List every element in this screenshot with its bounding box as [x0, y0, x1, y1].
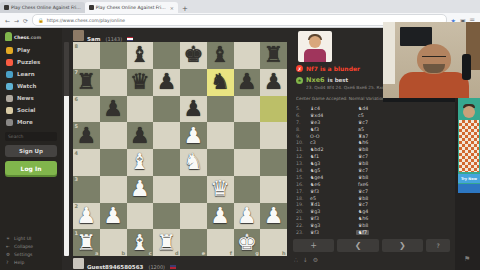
black-pawn[interactable]: ♟: [180, 96, 207, 123]
square-e3[interactable]: [180, 176, 207, 203]
move-row: 13.♞g3♛b8: [292, 160, 451, 167]
tab-title: Play Chess Online Against Fri…: [11, 5, 81, 10]
white-move[interactable]: ♛f3: [306, 230, 354, 235]
tab-favicon-icon: [4, 5, 9, 10]
move-row: 15.♞ge4♛b8: [292, 174, 451, 181]
collapse-icon: ⇤: [6, 244, 11, 249]
file-label: f: [230, 250, 232, 256]
next-move-button[interactable]: ❯: [382, 239, 423, 252]
watch-icon: [6, 83, 13, 90]
white-pawn[interactable]: ♟: [234, 203, 261, 230]
black-move[interactable]: c5: [354, 113, 402, 118]
sidebar-item-social[interactable]: Social: [0, 104, 62, 116]
move-row: 11.♞bd2♛b8: [292, 146, 451, 153]
microphone: [462, 54, 471, 80]
square-f6[interactable]: [207, 96, 234, 123]
black-move[interactable]: ♛c7: [354, 120, 402, 125]
square-h4[interactable]: [260, 149, 287, 176]
evaluation-bar: [64, 42, 69, 256]
white-move[interactable]: ♞e6: [306, 182, 354, 187]
square-h1[interactable]: h: [260, 229, 287, 256]
white-move[interactable]: ♛e3: [306, 120, 354, 125]
black-pawn[interactable]: ♟: [100, 96, 127, 123]
logo-pawn-icon: [5, 32, 12, 41]
move-row: 9.O-O♜a7: [292, 133, 451, 140]
black-move[interactable]: ♛c7: [354, 168, 402, 173]
square-f5[interactable]: [207, 122, 234, 149]
black-move[interactable]: ♛b8: [354, 161, 402, 166]
streamer-webcam: [383, 22, 480, 102]
square-b3[interactable]: [100, 176, 127, 203]
news-icon: [6, 95, 13, 102]
pawn-icon: [6, 47, 13, 54]
black-move[interactable]: ♛c7: [354, 154, 402, 159]
gear-icon[interactable]: ⚙: [313, 256, 318, 263]
learn-icon: [6, 71, 13, 78]
forward-button[interactable]: →: [14, 17, 19, 24]
download-icon[interactable]: ↓: [303, 256, 308, 263]
white-rook[interactable]: ♜: [153, 229, 180, 256]
black-bishop[interactable]: ♝: [207, 42, 234, 69]
blunder-icon: ✗: [296, 65, 303, 72]
blunder-text: Nf7 is a blunder: [306, 65, 360, 72]
square-d8[interactable]: [153, 42, 180, 69]
square-b4[interactable]: [100, 149, 127, 176]
square-g1[interactable]: g♚: [234, 229, 261, 256]
white-pawn[interactable]: ♟: [73, 203, 100, 230]
move-row: 8.♞f3a5: [292, 126, 451, 133]
sidebar-item-news[interactable]: News: [0, 92, 62, 104]
move-number: 7.: [292, 120, 306, 125]
black-move[interactable]: ♞d4: [354, 106, 402, 111]
square-g2[interactable]: ♟: [234, 203, 261, 230]
square-g6[interactable]: [234, 96, 261, 123]
sidebar-item-learn[interactable]: Learn: [0, 68, 62, 80]
tab-close-icon[interactable]: ×: [170, 5, 174, 11]
square-g3[interactable]: [234, 176, 261, 203]
black-rook[interactable]: ♜: [73, 69, 100, 96]
square-c3[interactable]: ♟: [127, 176, 154, 203]
move-number: 19.: [292, 202, 306, 207]
move-number: 18.: [292, 196, 306, 201]
white-move[interactable]: ♞f3: [306, 127, 354, 132]
square-c2[interactable]: [127, 203, 154, 230]
url-text: https://www.chess.com/play/online: [47, 18, 125, 23]
square-g7[interactable]: ♟: [234, 69, 261, 96]
sidebar-item-play[interactable]: Play: [0, 44, 62, 56]
square-d5[interactable]: [153, 122, 180, 149]
log-in-button[interactable]: Log In: [5, 161, 57, 175]
move-number: 11.: [292, 147, 306, 152]
black-move[interactable]: a5: [354, 127, 402, 132]
square-b5[interactable]: [100, 122, 127, 149]
bottom-player-name[interactable]: Guest8946580563: [87, 264, 143, 270]
move-number: 21.: [292, 216, 306, 221]
move-number: 8.: [292, 127, 306, 132]
search-input[interactable]: Search: [5, 132, 57, 141]
sidebar-footer-collapse[interactable]: ⇤Collapse: [0, 242, 62, 250]
move-row: 10.c3♞h6: [292, 139, 451, 146]
square-b7[interactable]: [100, 69, 127, 96]
square-a7[interactable]: 7♜: [73, 69, 100, 96]
square-h3[interactable]: [260, 176, 287, 203]
white-move[interactable]: ♛g3: [306, 223, 354, 228]
move-number: 20.: [292, 209, 306, 214]
black-pawn[interactable]: ♟: [73, 122, 100, 149]
black-move[interactable]: ♛b8: [354, 223, 402, 228]
square-e7[interactable]: [180, 69, 207, 96]
move-number: 12.: [292, 154, 306, 159]
move-controls: + ❮ ❯ ?: [293, 239, 450, 252]
move-number: 10.: [292, 140, 306, 145]
white-move[interactable]: ♞g5: [306, 168, 354, 173]
rank-label: 3: [75, 176, 78, 182]
browser-tab-1[interactable]: Play Chess Online Against Fri…: [0, 2, 85, 13]
square-d7[interactable]: ♟: [153, 69, 180, 96]
white-pawn[interactable]: ♟: [180, 122, 207, 149]
white-pawn[interactable]: ♟: [260, 203, 287, 230]
coach-avatar: [298, 31, 332, 62]
square-e6[interactable]: ♟: [180, 96, 207, 123]
top-player-bar: Sam (1143) ♘ ♙: [73, 29, 287, 42]
move-row: 22.♛g3♛b8: [292, 222, 451, 229]
white-king[interactable]: ♚: [234, 229, 261, 256]
white-knight[interactable]: ♞: [180, 149, 207, 176]
white-rook[interactable]: ♜: [73, 229, 100, 256]
black-pawn[interactable]: ♟: [153, 69, 180, 96]
move-number: 22.: [292, 223, 306, 228]
best-move-icon: ★: [296, 77, 303, 84]
square-a2[interactable]: 2♟: [73, 203, 100, 230]
move-number: 13.: [292, 161, 306, 166]
square-f2[interactable]: ♟: [207, 203, 234, 230]
move-row: 21.♛f3♞h6: [292, 215, 451, 222]
coach-face: [309, 36, 321, 48]
light-ui-icon: ☀: [6, 236, 11, 241]
white-move[interactable]: ♛f3: [306, 189, 354, 194]
tab-favicon-icon: [89, 5, 94, 10]
browser-tab-2[interactable]: Play Chess Online Against Fri… ×: [85, 2, 178, 13]
white-move[interactable]: c3: [306, 140, 354, 145]
sidebar: Chess.com PlayPuzzlesLearnWatchNewsSocia…: [0, 28, 62, 270]
square-a3[interactable]: 3: [73, 176, 100, 203]
bottom-player-flag-icon: [170, 265, 176, 269]
black-pawn[interactable]: ♟: [234, 69, 261, 96]
tab-title: Play Chess Online Against Fri…: [96, 5, 166, 10]
square-h8[interactable]: ♜: [260, 42, 287, 69]
square-b2[interactable]: ♟: [100, 203, 127, 230]
social-icon: [6, 107, 13, 114]
square-h5[interactable]: [260, 122, 287, 149]
square-b6[interactable]: ♟: [100, 96, 127, 123]
square-d3[interactable]: [153, 176, 180, 203]
black-move[interactable]: fxe6: [354, 182, 402, 187]
square-c4[interactable]: ♝: [127, 149, 154, 176]
white-move[interactable]: ♞bd2: [306, 147, 354, 152]
sidebar-item-puzzles[interactable]: Puzzles: [0, 56, 62, 68]
best-move-text: Nxe6: [306, 76, 325, 84]
white-move[interactable]: e5: [306, 196, 354, 201]
black-move[interactable]: ♛c7: [354, 189, 402, 194]
square-h7[interactable]: ♟: [260, 69, 287, 96]
previous-move-button[interactable]: ❮: [337, 239, 378, 252]
move-number: 6.: [292, 113, 306, 118]
white-move[interactable]: ♛g3: [306, 209, 354, 214]
black-pawn[interactable]: ♟: [127, 122, 154, 149]
top-player-avatar[interactable]: [73, 30, 84, 41]
help-icon: ?: [6, 260, 11, 265]
black-move[interactable]: ♞h6: [354, 140, 402, 145]
ad-cta-button[interactable]: Try Now: [458, 174, 480, 183]
black-move[interactable]: ♛b8: [354, 147, 402, 152]
square-e1[interactable]: e: [180, 229, 207, 256]
square-a4[interactable]: 4: [73, 149, 100, 176]
flag-icon[interactable]: ⚑: [464, 255, 470, 263]
square-f7[interactable]: ♞: [207, 69, 234, 96]
square-e5[interactable]: ♟: [180, 122, 207, 149]
move-number: 17.: [292, 189, 306, 194]
ad-secondary-strip[interactable]: [458, 184, 480, 193]
move-row: 14.♞g5♛c7: [292, 167, 451, 174]
black-move[interactable]: ♞g4: [354, 209, 402, 214]
white-move[interactable]: ♞f1: [306, 154, 354, 159]
sidebar-footer-help[interactable]: ?Help: [0, 258, 62, 266]
file-label: e: [202, 250, 205, 256]
square-a6[interactable]: 6: [73, 96, 100, 123]
move-row: 5.♝c4♞d4: [292, 105, 451, 112]
square-f8[interactable]: ♝: [207, 42, 234, 69]
move-row: 18.e5♛b8: [292, 195, 451, 202]
reload-button[interactable]: ⟳: [23, 17, 28, 24]
sidebar-item-more[interactable]: More: [0, 116, 62, 128]
move-row: 23.♛f3♞f7: [292, 229, 451, 236]
white-bishop[interactable]: ♝: [127, 149, 154, 176]
black-bishop[interactable]: ♝: [127, 42, 154, 69]
streamer-glasses: [422, 56, 446, 61]
white-move[interactable]: ♞g3: [306, 161, 354, 166]
move-number: 14.: [292, 168, 306, 173]
move-number: 16.: [292, 182, 306, 187]
black-knight[interactable]: ♞: [207, 69, 234, 96]
black-move[interactable]: ♞h6: [354, 216, 402, 221]
move-verdict: ✗ Nf7 is a blunder: [296, 65, 360, 72]
move-row: 20.♛g3♞g4: [292, 208, 451, 215]
bottom-player-bar: Guest8946580563 (1200) ♞ ♟: [73, 257, 287, 270]
square-h6[interactable]: [260, 96, 287, 123]
new-tab-button[interactable]: +: [182, 5, 188, 13]
square-d6[interactable]: [153, 96, 180, 123]
rank-label: 8: [75, 43, 78, 49]
webcam-tv: [400, 27, 432, 46]
square-h2[interactable]: ♟: [260, 203, 287, 230]
white-move[interactable]: ♛f3: [306, 216, 354, 221]
black-move[interactable]: ♛b8: [354, 196, 402, 201]
add-move-button[interactable]: +: [293, 239, 334, 252]
square-a1[interactable]: 1a♜: [73, 229, 100, 256]
rank-label: 6: [75, 96, 78, 102]
black-move[interactable]: ♛b8: [354, 175, 402, 180]
square-a5[interactable]: 5♟: [73, 122, 100, 149]
square-e8[interactable]: ♚: [180, 42, 207, 69]
sidebar-footer-settings[interactable]: ⚙Settings: [0, 250, 62, 258]
white-pawn[interactable]: ♟: [100, 203, 127, 230]
white-queen[interactable]: ♛: [207, 176, 234, 203]
square-g8[interactable]: [234, 42, 261, 69]
black-king[interactable]: ♚: [180, 42, 207, 69]
rank-label: 4: [75, 150, 78, 156]
white-move[interactable]: O-O: [306, 134, 354, 139]
bottom-player-avatar[interactable]: [73, 258, 84, 269]
puzzle-icon: [6, 59, 13, 66]
square-f3[interactable]: ♛: [207, 176, 234, 203]
sidebar-footer: ☀Light UI⇤Collapse⚙Settings?Help: [0, 234, 62, 270]
sidebar-item-watch[interactable]: Watch: [0, 80, 62, 92]
move-number: 15.: [292, 175, 306, 180]
webcam-window: [383, 22, 395, 84]
share-icon[interactable]: ∴: [294, 256, 298, 263]
square-d4[interactable]: [153, 149, 180, 176]
best-move-row[interactable]: ★ Nxe6 is best: [296, 76, 348, 84]
white-move[interactable]: ♜d1: [306, 202, 354, 207]
black-move[interactable]: ♜a7: [354, 134, 402, 139]
move-list[interactable]: 5.♝c4♞d46.♛xd4c57.♛e3♛c78.♞f3a59.O-O♜a71…: [292, 105, 451, 236]
more-icon: [6, 119, 13, 126]
square-f1[interactable]: f: [207, 229, 234, 256]
move-number: 23.: [292, 230, 306, 235]
top-player-flag-icon: [127, 37, 133, 41]
square-a8[interactable]: 8: [73, 42, 100, 69]
hint-button[interactable]: ?: [426, 239, 450, 252]
best-move-suffix: is best: [328, 77, 349, 83]
black-pawn[interactable]: ♟: [260, 69, 287, 96]
move-row: 19.♜d1♛c7: [292, 201, 451, 208]
white-move[interactable]: ♞ge4: [306, 175, 354, 180]
chess-board[interactable]: 8♝♚♝♜7♜♛♟♞♟♟6♟♟5♟♟♟4♝♞3♟♛2♟♟♟♟♟1a♜bc♝d♜e…: [73, 42, 287, 256]
browser-tab-bar: Play Chess Online Against Fri… Play Ches…: [0, 0, 480, 13]
square-c8[interactable]: ♝: [127, 42, 154, 69]
sidebar-footer-light-ui[interactable]: ☀Light UI: [0, 234, 62, 242]
sidebar-ad[interactable]: Try Now: [458, 98, 480, 193]
panel-footer: ∴ ↓ ⚙: [294, 256, 318, 263]
square-c6[interactable]: [127, 96, 154, 123]
white-move[interactable]: ♛xd4: [306, 113, 354, 118]
move-row: 6.♛xd4c5: [292, 112, 451, 119]
move-row: 16.♞e6fxe6: [292, 181, 451, 188]
square-e4[interactable]: ♞: [180, 149, 207, 176]
square-g4[interactable]: [234, 149, 261, 176]
square-d2[interactable]: [153, 203, 180, 230]
ad-person-face: [463, 106, 475, 118]
sign-up-button[interactable]: Sign Up: [5, 145, 57, 157]
square-c5[interactable]: ♟: [127, 122, 154, 149]
file-label: h: [282, 250, 286, 256]
ad-person-sweater: [459, 120, 479, 172]
bottom-player-rating: (1200): [148, 264, 165, 270]
square-c1[interactable]: c♝: [127, 229, 154, 256]
back-button[interactable]: ←: [5, 17, 10, 24]
lock-icon: 🔒: [38, 18, 44, 23]
square-f4[interactable]: [207, 149, 234, 176]
chesscom-logo[interactable]: Chess.com: [0, 28, 62, 44]
square-g5[interactable]: [234, 122, 261, 149]
square-b8[interactable]: [100, 42, 127, 69]
square-c7[interactable]: ♛: [127, 69, 154, 96]
move-row: 17.♛f3♛c7: [292, 188, 451, 195]
settings-icon: ⚙: [6, 252, 11, 257]
white-move[interactable]: ♝c4: [306, 106, 354, 111]
white-pawn[interactable]: ♟: [207, 203, 234, 230]
move-number: 5.: [292, 106, 306, 111]
move-number: 9.: [292, 134, 306, 139]
black-move[interactable]: ♞f7: [354, 230, 402, 235]
white-bishop[interactable]: ♝: [127, 229, 154, 256]
white-pawn[interactable]: ♟: [127, 176, 154, 203]
evaluation-bar-white: [64, 96, 69, 257]
coach-shirt: [304, 49, 326, 62]
square-b1[interactable]: b: [100, 229, 127, 256]
square-e2[interactable]: [180, 203, 207, 230]
move-row: 12.♞f1♛c7: [292, 153, 451, 160]
square-d1[interactable]: d♜: [153, 229, 180, 256]
black-rook[interactable]: ♜: [260, 42, 287, 69]
black-move[interactable]: ♛c7: [354, 202, 402, 207]
move-row: 7.♛e3♛c7: [292, 119, 451, 126]
black-queen[interactable]: ♛: [127, 69, 154, 96]
